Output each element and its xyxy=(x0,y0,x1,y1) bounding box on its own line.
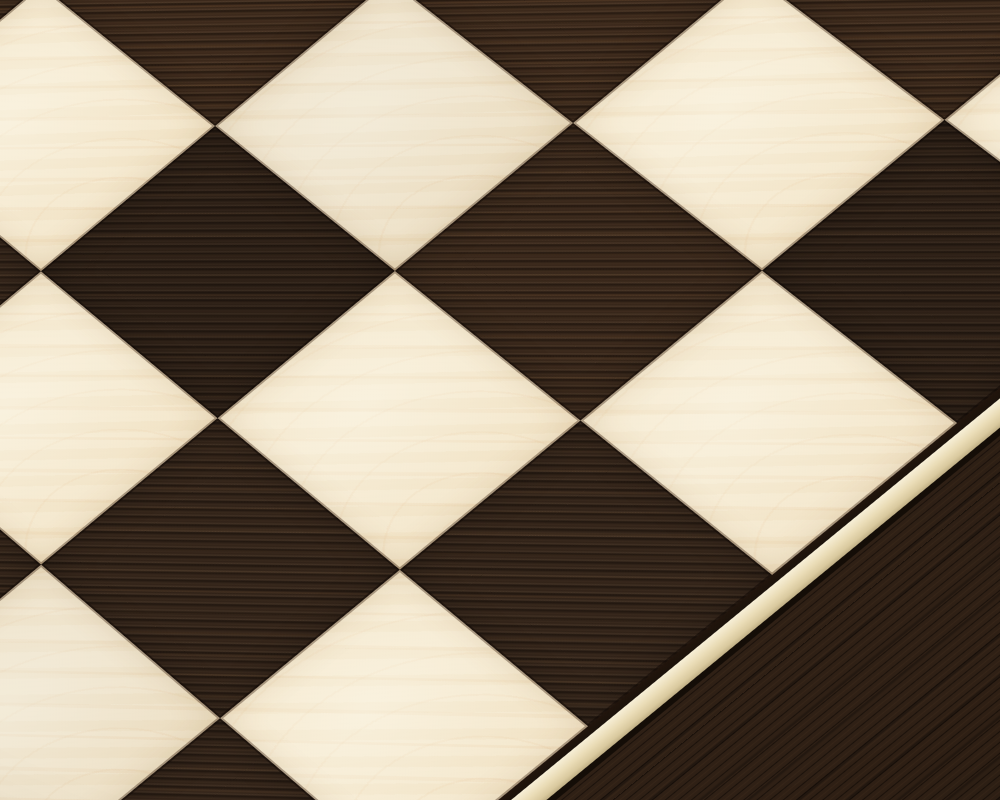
chessboard-photo xyxy=(0,0,1000,800)
chessboard xyxy=(0,0,1000,800)
